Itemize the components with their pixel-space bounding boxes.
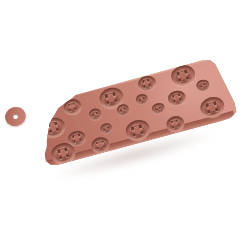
button-disc bbox=[36, 138, 46, 147]
button-disc bbox=[102, 90, 121, 107]
button-disc bbox=[173, 67, 192, 84]
button-hole bbox=[41, 141, 43, 144]
cavity-layer bbox=[21, 43, 230, 99]
button-cavity-medium bbox=[166, 89, 187, 108]
product-photo bbox=[0, 0, 250, 250]
button-cavity-small bbox=[88, 108, 103, 121]
button-cavity-large bbox=[169, 63, 197, 88]
button-cavity-small bbox=[116, 103, 131, 116]
button-disc bbox=[93, 139, 107, 151]
button-cavity-small bbox=[33, 136, 48, 149]
hang-hole bbox=[12, 113, 18, 119]
button-disc bbox=[203, 99, 222, 116]
button-cavity-medium bbox=[61, 97, 82, 116]
button-cavity-small bbox=[196, 79, 211, 92]
button-cavity-large bbox=[39, 115, 67, 140]
button-cavity-small bbox=[134, 92, 149, 105]
button-cavity-medium bbox=[136, 74, 157, 93]
button-hole bbox=[38, 142, 40, 145]
button-cavity-small bbox=[99, 122, 114, 135]
button-disc bbox=[44, 119, 63, 136]
button-disc bbox=[128, 122, 147, 139]
button-cavity-small bbox=[151, 102, 166, 115]
